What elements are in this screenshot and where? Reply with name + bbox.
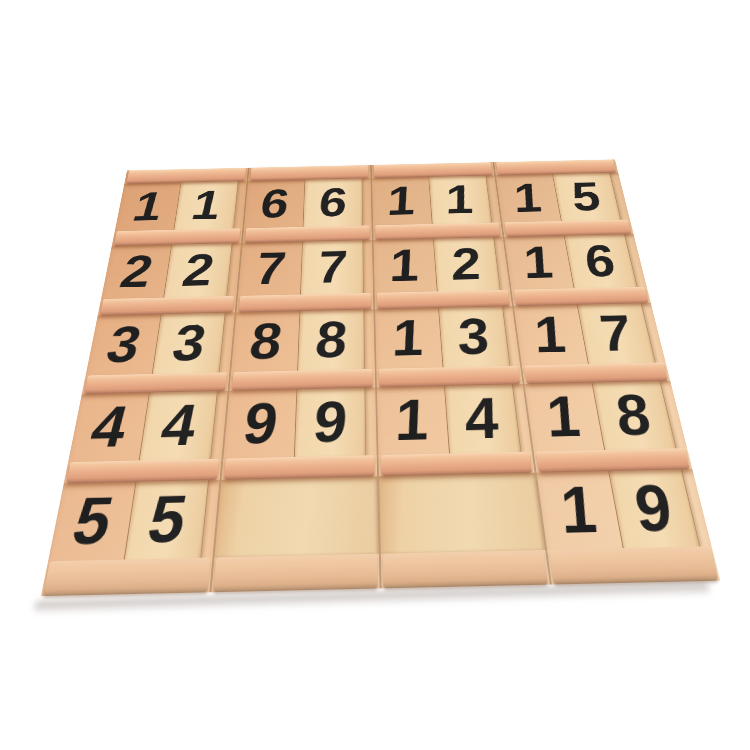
frame-digit: 3 bbox=[83, 314, 164, 375]
frame-digit: 1 bbox=[498, 174, 558, 223]
wood-rail bbox=[496, 159, 616, 175]
seguin-board: 1 1 2 2 3 3 4 4 5 5 bbox=[41, 159, 720, 596]
frame-digit: 1 bbox=[372, 239, 436, 293]
card-digit: 1 bbox=[445, 179, 473, 220]
board-cell-r5c3-empty bbox=[379, 473, 545, 554]
wood-rail bbox=[381, 452, 532, 477]
card-digit: 7 bbox=[315, 244, 349, 290]
board-cell-r5c4: 1 9 bbox=[536, 469, 711, 550]
card-digit: 4 bbox=[156, 396, 202, 455]
wood-rail bbox=[374, 162, 493, 178]
board-cell-r4c2: 9 9 bbox=[223, 387, 376, 458]
number-card[interactable]: 2 bbox=[433, 237, 501, 291]
wood-rail bbox=[224, 455, 374, 480]
number-card[interactable]: 5 bbox=[552, 173, 621, 221]
wood-rail bbox=[524, 362, 667, 384]
card-digit: 2 bbox=[178, 247, 218, 293]
wood-rail-bottom bbox=[383, 550, 548, 588]
frame-digit: 1 bbox=[527, 382, 601, 451]
card-digit: 6 bbox=[583, 238, 617, 284]
wood-rail bbox=[66, 459, 218, 484]
board-cell-r3c3: 1 3 bbox=[375, 306, 520, 369]
number-card[interactable]: 5 bbox=[124, 480, 209, 559]
wood-rail bbox=[84, 372, 227, 394]
card-digit: 8 bbox=[313, 314, 350, 366]
wood-rail bbox=[536, 448, 689, 472]
product-photo-scene: 1 1 2 2 3 3 4 4 5 5 bbox=[0, 0, 750, 750]
number-card[interactable]: 2 bbox=[163, 243, 232, 297]
wood-rail bbox=[100, 296, 234, 315]
board-cell-r4c4: 1 8 bbox=[524, 381, 687, 452]
board-cell-r2c2: 7 7 bbox=[238, 240, 373, 296]
number-card[interactable]: 7 bbox=[577, 303, 656, 364]
frame-digit: 1 bbox=[507, 236, 571, 290]
board-cell-r2c3: 1 2 bbox=[373, 237, 509, 293]
wood-rail-bottom bbox=[213, 554, 378, 592]
frame-digit: 6 bbox=[241, 180, 307, 229]
frame-digit: 1 bbox=[112, 182, 183, 231]
wood-rail bbox=[379, 366, 520, 388]
frame-digit: 1 bbox=[540, 471, 620, 550]
wood-rail bbox=[232, 369, 373, 391]
card-digit: 4 bbox=[465, 389, 499, 448]
frame-digit: 1 bbox=[516, 305, 585, 366]
wood-rail bbox=[250, 165, 368, 181]
card-digit: 3 bbox=[168, 317, 210, 369]
wood-rail bbox=[514, 287, 649, 306]
card-digit: 1 bbox=[188, 185, 225, 226]
wood-rail bbox=[239, 293, 371, 312]
card-digit: 5 bbox=[142, 486, 191, 553]
board-cell-r1c3: 1 1 bbox=[372, 175, 501, 225]
number-card[interactable]: 3 bbox=[152, 313, 226, 374]
wood-rail-bottom bbox=[549, 546, 718, 584]
frame-digit: 9 bbox=[220, 389, 299, 458]
card-digit: 2 bbox=[451, 241, 481, 287]
number-card[interactable]: 4 bbox=[444, 384, 521, 453]
wood-rail bbox=[114, 228, 240, 245]
card-digit: 6 bbox=[316, 182, 349, 223]
wood-rail bbox=[504, 220, 631, 237]
board-cell-r5c2-empty bbox=[214, 476, 378, 557]
card-digit: 8 bbox=[613, 386, 653, 444]
board-cell-r3c2: 8 8 bbox=[231, 309, 375, 372]
board-cell-r2c1: 2 2 bbox=[101, 243, 241, 299]
wood-rail-bottom bbox=[43, 558, 211, 597]
wood-rail bbox=[377, 290, 510, 309]
frame-digit: 1 bbox=[373, 308, 440, 369]
board-cell-r3c4: 1 7 bbox=[514, 303, 666, 366]
wood-rail bbox=[375, 222, 500, 239]
number-card[interactable]: 3 bbox=[438, 306, 510, 367]
card-digit: 7 bbox=[597, 308, 634, 359]
frame-digit: 1 bbox=[375, 386, 447, 455]
number-card[interactable]: 9 bbox=[608, 469, 700, 548]
number-card[interactable]: 9 bbox=[294, 388, 366, 457]
board-cell-r4c1: 4 4 bbox=[68, 391, 228, 462]
board-cell-r1c4: 1 5 bbox=[496, 172, 630, 222]
number-card[interactable]: 4 bbox=[139, 391, 218, 460]
number-card[interactable]: 1 bbox=[428, 175, 492, 224]
number-card[interactable]: 7 bbox=[300, 240, 364, 294]
board-cell-r4c3: 1 4 bbox=[377, 384, 532, 455]
frame-digit: 1 bbox=[370, 177, 430, 226]
frame-digit: 8 bbox=[228, 311, 302, 372]
board-cell-r5c1: 5 5 bbox=[48, 480, 220, 561]
number-card[interactable]: 6 bbox=[303, 178, 363, 227]
wood-rail bbox=[126, 168, 245, 184]
number-card[interactable]: 8 bbox=[591, 381, 676, 450]
card-digit: 5 bbox=[570, 176, 602, 217]
frame-digit: 7 bbox=[235, 241, 305, 296]
card-digit: 3 bbox=[458, 311, 490, 363]
card-digit: 9 bbox=[631, 475, 675, 542]
board-cell-r2c4: 1 6 bbox=[504, 234, 646, 290]
frame-digit: 2 bbox=[98, 244, 174, 299]
wood-rail bbox=[245, 225, 370, 242]
board-cell-r1c2: 6 6 bbox=[244, 178, 372, 228]
number-card[interactable]: 1 bbox=[174, 181, 239, 230]
card-digit: 9 bbox=[310, 393, 349, 452]
number-card[interactable]: 6 bbox=[564, 234, 638, 288]
board-cell-r3c1: 3 3 bbox=[86, 312, 235, 375]
number-card[interactable]: 8 bbox=[297, 309, 365, 370]
board-cell-r1c1: 1 1 bbox=[115, 181, 247, 231]
